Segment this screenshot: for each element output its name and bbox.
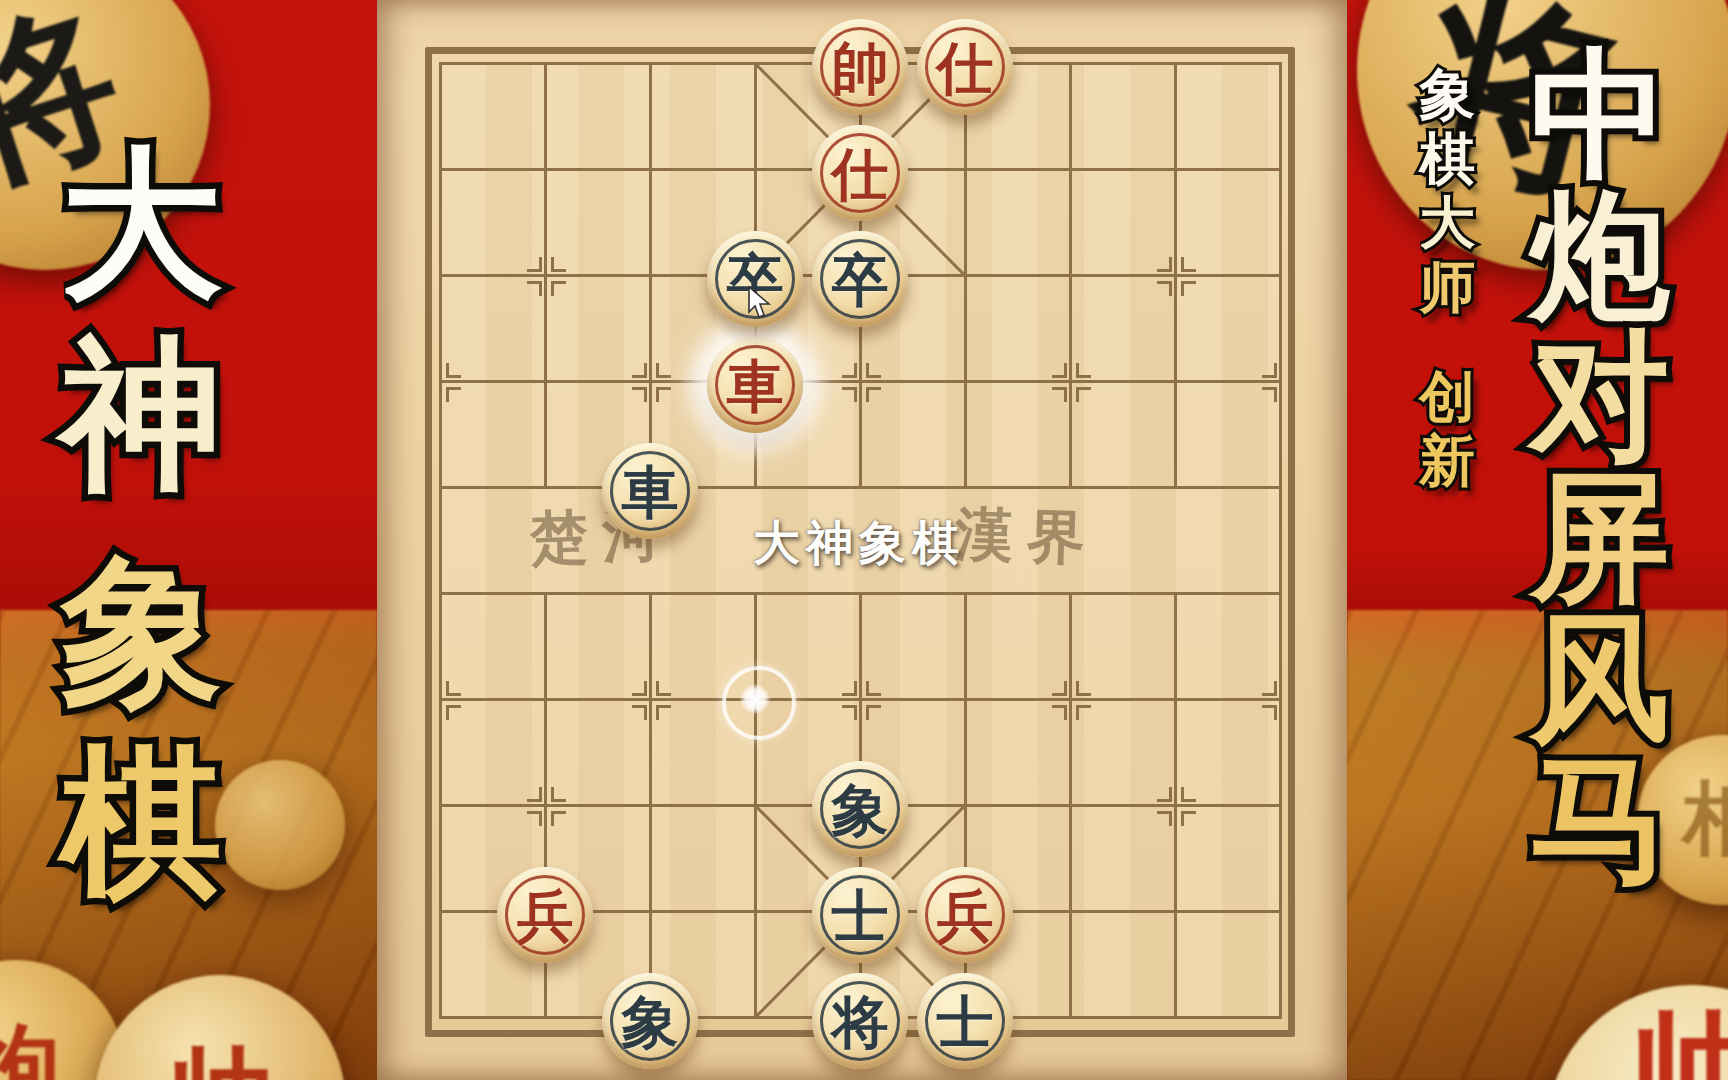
banner-character: 新新 [1415,428,1479,492]
board-watermark: 大神象棋 [753,512,965,575]
position-marker [656,705,671,720]
red-soldier[interactable]: 兵 [497,867,593,963]
piece-character: 象 [622,993,679,1050]
banner-character: 风风 [1519,608,1680,749]
position-marker [1157,811,1172,826]
position-marker [866,705,881,720]
position-marker [1262,705,1277,720]
position-marker [656,681,671,696]
position-marker [842,681,857,696]
banner-character: 对对 [1519,326,1680,467]
position-marker [1076,387,1091,402]
position-marker [446,705,461,720]
banner-character: 创创 [1415,364,1479,428]
position-marker [1262,363,1277,378]
position-marker [1157,257,1172,272]
position-marker [1052,681,1067,696]
position-marker [632,363,647,378]
position-marker [527,787,542,802]
grid-line [544,63,547,487]
banner-character: 炮炮 [1519,185,1680,326]
position-marker [1181,281,1196,296]
black-general[interactable]: 将 [812,973,908,1069]
position-marker [656,363,671,378]
piece-character: 兵 [517,887,574,944]
piece-character: 卒 [832,251,889,308]
piece-character: 仕 [937,39,994,96]
position-marker [1076,363,1091,378]
position-marker [446,387,461,402]
xiangqi-board[interactable]: 楚河 漢界 大神象棋 帥仕仕車兵兵卒卒車象士象将士 [377,0,1347,1080]
banner-character: 象象 [48,536,234,726]
banner-character: 屏屏 [1519,467,1680,608]
position-marker [842,387,857,402]
position-marker [1157,281,1172,296]
decor-piece-left-mid [215,760,345,890]
left-banner-title: 大大神神象象棋棋 [48,128,234,916]
black-soldier[interactable]: 卒 [812,231,908,327]
position-marker [551,787,566,802]
grid-line [1174,63,1177,487]
position-marker [446,363,461,378]
banner-character: 马马 [1519,749,1680,890]
grid-line [1069,593,1072,1017]
position-marker [656,387,671,402]
grid-line [649,593,652,1017]
left-banner-panel: 将 炮 帅 大大神神象象棋棋 [0,0,377,1080]
piece-character: 象 [832,781,889,838]
position-marker [551,811,566,826]
move-origin-glow [740,684,770,714]
position-marker [1052,387,1067,402]
stage: 将 炮 帅 大大神神象象棋棋 楚河 漢界 大神象棋 帥仕仕車兵兵卒卒車象士象将士… [0,0,1728,1080]
position-marker [1181,787,1196,802]
banner-character: 神神 [48,318,234,508]
piece-character: 車 [622,463,679,520]
position-marker [842,363,857,378]
position-marker [1076,705,1091,720]
position-marker [866,363,881,378]
piece-character: 士 [937,993,994,1050]
position-marker [866,387,881,402]
piece-character: 帥 [832,39,889,96]
position-marker [527,281,542,296]
grid-line [1279,63,1282,1017]
piece-character: 車 [727,357,784,414]
red-chariot[interactable]: 車 [707,337,803,433]
red-advisor[interactable]: 仕 [812,125,908,221]
river-label-right: 漢界 [954,496,1101,579]
grid-line [1174,593,1177,1017]
banner-character: 中中 [1519,44,1680,185]
piece-character: 仕 [832,145,889,202]
position-marker [1262,387,1277,402]
black-advisor[interactable]: 士 [812,867,908,963]
mouse-cursor [748,286,774,320]
position-marker [1052,705,1067,720]
position-marker [1052,363,1067,378]
position-marker [1157,787,1172,802]
grid-line [1069,63,1072,487]
position-marker [527,257,542,272]
position-marker [632,681,647,696]
right-banner-subtitle: 象象棋棋大大师师创创新新 [1415,62,1479,492]
position-marker [446,681,461,696]
position-marker [1181,811,1196,826]
position-marker [527,811,542,826]
red-soldier[interactable]: 兵 [917,867,1013,963]
position-marker [866,681,881,696]
black-elephant[interactable]: 象 [602,973,698,1069]
piece-character: 兵 [937,887,994,944]
right-banner-panel: 将 相 帅 象象棋棋大大师师创创新新 中中炮炮对对屏屏风风马马 [1347,0,1728,1080]
piece-character: 将 [832,993,889,1050]
position-marker [632,387,647,402]
grid-line [439,63,442,1017]
banner-character: 棋棋 [1415,126,1479,190]
banner-character: 象象 [1415,62,1479,126]
black-advisor[interactable]: 士 [917,973,1013,1069]
position-marker [1181,257,1196,272]
position-marker [551,281,566,296]
black-elephant[interactable]: 象 [812,761,908,857]
position-marker [1262,681,1277,696]
red-general[interactable]: 帥 [812,19,908,115]
right-banner-title: 中中炮炮对对屏屏风风马马 [1519,44,1680,890]
banner-character: 棋棋 [48,726,234,916]
banner-character: 师师 [1415,254,1479,318]
red-advisor[interactable]: 仕 [917,19,1013,115]
position-marker [551,257,566,272]
banner-character: 大大 [48,128,234,318]
grid-line [649,63,652,487]
position-marker [632,705,647,720]
piece-character: 士 [832,887,889,944]
position-marker [1076,681,1091,696]
banner-character: 大大 [1415,190,1479,254]
black-chariot[interactable]: 車 [602,443,698,539]
position-marker [842,705,857,720]
